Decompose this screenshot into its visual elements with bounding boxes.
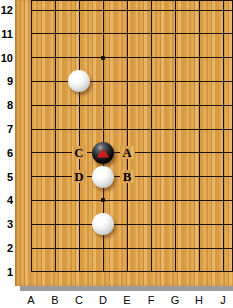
white-stone-D3 bbox=[92, 213, 114, 235]
row-coordinate-11: 11 bbox=[0, 27, 13, 41]
board-shadow bbox=[20, 286, 233, 291]
go-board[interactable]: ABCD bbox=[15, 0, 233, 286]
pieces-grid: ABCD bbox=[19, 0, 233, 284]
row-coordinate-4: 4 bbox=[0, 193, 13, 207]
column-coordinate-D: D bbox=[95, 293, 111, 307]
row-coordinate-7: 7 bbox=[0, 122, 13, 136]
row-coordinate-6: 6 bbox=[0, 146, 13, 160]
column-coordinate-E: E bbox=[119, 293, 135, 307]
row-coordinate-10: 10 bbox=[0, 51, 13, 65]
point-label-A: A bbox=[122, 146, 131, 159]
row-coordinate-3: 3 bbox=[0, 217, 13, 231]
point-label-B: B bbox=[123, 170, 132, 183]
row-coordinate-1: 1 bbox=[0, 265, 13, 279]
column-coordinate-F: F bbox=[143, 293, 159, 307]
black-stone-D6 bbox=[92, 142, 114, 164]
page-background: ABCD 121110987654321 ABCDEFGHJ bbox=[0, 0, 233, 308]
column-coordinate-J: J bbox=[215, 293, 231, 307]
column-coordinate-A: A bbox=[23, 293, 39, 307]
white-stone-C9 bbox=[68, 70, 90, 92]
column-coordinate-C: C bbox=[71, 293, 87, 307]
row-coordinate-9: 9 bbox=[0, 74, 13, 88]
row-coordinate-12: 12 bbox=[0, 3, 13, 17]
column-coordinate-G: G bbox=[167, 293, 183, 307]
white-stone-D5 bbox=[92, 166, 114, 188]
row-coordinate-2: 2 bbox=[0, 241, 13, 255]
triangle-marker-icon bbox=[97, 149, 110, 158]
point-label-D: D bbox=[74, 170, 83, 183]
row-coordinate-5: 5 bbox=[0, 170, 13, 184]
column-coordinate-B: B bbox=[47, 293, 63, 307]
row-coordinate-8: 8 bbox=[0, 98, 13, 112]
column-coordinate-H: H bbox=[191, 293, 207, 307]
point-label-C: C bbox=[74, 146, 83, 159]
